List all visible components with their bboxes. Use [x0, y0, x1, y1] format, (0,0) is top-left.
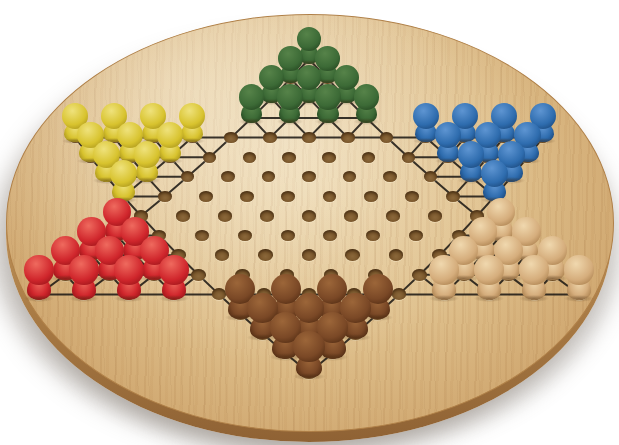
- peg-yellow[interactable]: [110, 160, 137, 201]
- peg-head: [114, 255, 143, 284]
- peg-natural[interactable]: [429, 255, 458, 300]
- peg-yellow[interactable]: [179, 103, 205, 142]
- peg-head: [474, 255, 503, 284]
- peg-head: [179, 103, 205, 129]
- peg-green[interactable]: [354, 84, 379, 122]
- peg-green[interactable]: [239, 84, 264, 122]
- peg-red[interactable]: [114, 255, 143, 300]
- peg-head: [315, 84, 340, 109]
- peg-natural[interactable]: [519, 255, 548, 300]
- peg-head: [24, 255, 53, 284]
- peg-head: [157, 122, 183, 148]
- peg-natural[interactable]: [474, 255, 503, 300]
- peg-head: [519, 255, 548, 284]
- peg-red[interactable]: [159, 255, 188, 300]
- peg-red[interactable]: [69, 255, 98, 300]
- peg-red[interactable]: [24, 255, 53, 300]
- peg-yellow[interactable]: [157, 122, 183, 162]
- peg-yellow[interactable]: [134, 141, 161, 182]
- pegs-layer: [0, 0, 619, 445]
- peg-natural[interactable]: [564, 255, 593, 300]
- scene: [0, 0, 619, 445]
- peg-head: [564, 255, 593, 284]
- peg-head: [69, 255, 98, 284]
- peg-blue[interactable]: [481, 160, 508, 201]
- peg-head: [159, 255, 188, 284]
- peg-head: [110, 160, 137, 187]
- peg-head: [239, 84, 264, 109]
- peg-head: [354, 84, 379, 109]
- peg-head: [429, 255, 458, 284]
- peg-brown[interactable]: [293, 331, 324, 378]
- peg-head: [293, 331, 324, 362]
- peg-head: [134, 141, 161, 168]
- peg-green[interactable]: [315, 84, 340, 122]
- peg-green[interactable]: [277, 84, 302, 122]
- peg-head: [277, 84, 302, 109]
- peg-head: [481, 160, 508, 187]
